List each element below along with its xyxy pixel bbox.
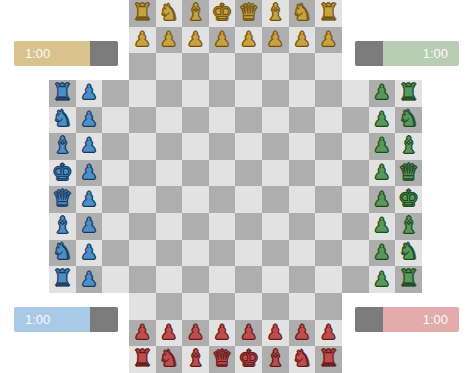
square-a7[interactable]: ♛: [49, 186, 76, 213]
square-d8[interactable]: [129, 160, 156, 187]
piece-green-pawn[interactable]: ♟: [373, 242, 391, 262]
square-h5[interactable]: [235, 240, 262, 267]
square-i14[interactable]: ♝: [262, 0, 289, 27]
square-k1[interactable]: ♜: [315, 346, 342, 373]
square-h10[interactable]: [235, 107, 262, 134]
square-j12[interactable]: [289, 53, 316, 80]
square-a9[interactable]: ♝: [49, 133, 76, 160]
cut-corner-cell: [369, 0, 396, 27]
piece-blue-pawn[interactable]: ♟: [80, 242, 98, 262]
square-n10[interactable]: ♞: [395, 107, 422, 134]
square-f12[interactable]: [182, 53, 209, 80]
square-k3[interactable]: [315, 293, 342, 320]
square-d12[interactable]: [129, 53, 156, 80]
piece-red-king[interactable]: ♚: [238, 347, 259, 370]
square-k13[interactable]: ♟: [315, 27, 342, 54]
clock-green-time: 1:00: [383, 41, 459, 66]
square-c10[interactable]: [102, 107, 129, 134]
square-g7[interactable]: [209, 186, 236, 213]
square-f7[interactable]: [182, 186, 209, 213]
square-f10[interactable]: [182, 107, 209, 134]
piece-red-pawn[interactable]: ♟: [213, 322, 231, 342]
square-g8[interactable]: [209, 160, 236, 187]
square-d14[interactable]: ♜: [129, 0, 156, 27]
square-g6[interactable]: [209, 213, 236, 240]
piece-red-bishop[interactable]: ♝: [265, 347, 286, 370]
piece-red-pawn[interactable]: ♟: [160, 322, 178, 342]
piece-yellow-pawn[interactable]: ♟: [186, 29, 204, 49]
piece-blue-rook[interactable]: ♜: [52, 267, 73, 290]
square-f2[interactable]: ♟: [182, 320, 209, 347]
square-j7[interactable]: [289, 186, 316, 213]
square-d7[interactable]: [129, 186, 156, 213]
square-n6[interactable]: ♝: [395, 213, 422, 240]
square-f14[interactable]: ♝: [182, 0, 209, 27]
square-a11[interactable]: ♜: [49, 80, 76, 107]
cut-corner-cell: [102, 0, 129, 27]
piece-yellow-pawn[interactable]: ♟: [213, 29, 231, 49]
cut-corner-cell: [102, 346, 129, 373]
square-d2[interactable]: ♟: [129, 320, 156, 347]
clock-yellow-avatar-placeholder: [90, 41, 118, 66]
square-f5[interactable]: [182, 240, 209, 267]
cut-corner-cell: [395, 346, 422, 373]
piece-green-king[interactable]: ♚: [398, 187, 419, 210]
square-i11[interactable]: [262, 80, 289, 107]
square-c11[interactable]: [102, 80, 129, 107]
cut-corner-cell: [76, 0, 103, 27]
square-j4[interactable]: [289, 266, 316, 293]
square-d11[interactable]: [129, 80, 156, 107]
square-h13[interactable]: ♟: [235, 27, 262, 54]
square-e4[interactable]: [156, 266, 183, 293]
piece-blue-queen[interactable]: ♛: [52, 187, 73, 210]
piece-green-knight[interactable]: ♞: [398, 107, 419, 130]
square-h1[interactable]: ♚: [235, 346, 262, 373]
clock-red-avatar-placeholder: [355, 307, 383, 332]
square-i8[interactable]: [262, 160, 289, 187]
piece-red-knight[interactable]: ♞: [292, 347, 313, 370]
square-c5[interactable]: [102, 240, 129, 267]
clock-blue: 1:00: [14, 307, 118, 332]
piece-green-pawn[interactable]: ♟: [373, 269, 391, 289]
square-f3[interactable]: [182, 293, 209, 320]
square-j8[interactable]: [289, 160, 316, 187]
square-k4[interactable]: [315, 266, 342, 293]
piece-red-pawn[interactable]: ♟: [240, 322, 258, 342]
piece-blue-bishop[interactable]: ♝: [52, 214, 73, 237]
square-k8[interactable]: [315, 160, 342, 187]
piece-green-bishop[interactable]: ♝: [398, 214, 419, 237]
piece-red-pawn[interactable]: ♟: [320, 322, 338, 342]
square-j9[interactable]: [289, 133, 316, 160]
piece-red-rook[interactable]: ♜: [318, 347, 339, 370]
piece-yellow-queen[interactable]: ♛: [238, 1, 259, 24]
square-e2[interactable]: ♟: [156, 320, 183, 347]
square-f4[interactable]: [182, 266, 209, 293]
clock-yellow: 1:00: [14, 41, 118, 66]
square-i5[interactable]: [262, 240, 289, 267]
piece-yellow-pawn[interactable]: ♟: [240, 29, 258, 49]
square-e5[interactable]: [156, 240, 183, 267]
clock-red-time: 1:00: [383, 307, 459, 332]
square-m10[interactable]: ♟: [369, 107, 396, 134]
square-n4[interactable]: ♜: [395, 266, 422, 293]
square-l10[interactable]: [342, 107, 369, 134]
square-e8[interactable]: [156, 160, 183, 187]
square-l9[interactable]: [342, 133, 369, 160]
piece-blue-bishop[interactable]: ♝: [52, 134, 73, 157]
piece-red-pawn[interactable]: ♟: [186, 322, 204, 342]
square-c8[interactable]: [102, 160, 129, 187]
square-h9[interactable]: [235, 133, 262, 160]
square-l5[interactable]: [342, 240, 369, 267]
piece-blue-pawn[interactable]: ♟: [80, 215, 98, 235]
cut-corner-cell: [342, 0, 369, 27]
square-g4[interactable]: [209, 266, 236, 293]
piece-green-pawn[interactable]: ♟: [373, 82, 391, 102]
square-i3[interactable]: [262, 293, 289, 320]
square-i4[interactable]: [262, 266, 289, 293]
square-k12[interactable]: [315, 53, 342, 80]
clock-green-avatar-placeholder: [355, 41, 383, 66]
square-b8[interactable]: ♟: [76, 160, 103, 187]
square-e6[interactable]: [156, 213, 183, 240]
square-d4[interactable]: [129, 266, 156, 293]
piece-blue-pawn[interactable]: ♟: [80, 135, 98, 155]
square-i12[interactable]: [262, 53, 289, 80]
piece-red-pawn[interactable]: ♟: [133, 322, 151, 342]
square-e11[interactable]: [156, 80, 183, 107]
square-g1[interactable]: ♛: [209, 346, 236, 373]
square-d13[interactable]: ♟: [129, 27, 156, 54]
piece-yellow-pawn[interactable]: ♟: [293, 29, 311, 49]
piece-blue-pawn[interactable]: ♟: [80, 82, 98, 102]
square-k9[interactable]: [315, 133, 342, 160]
square-k11[interactable]: [315, 80, 342, 107]
piece-yellow-pawn[interactable]: ♟: [266, 29, 284, 49]
square-l7[interactable]: [342, 186, 369, 213]
square-a10[interactable]: ♞: [49, 107, 76, 134]
square-l11[interactable]: [342, 80, 369, 107]
square-m6[interactable]: ♟: [369, 213, 396, 240]
piece-red-pawn[interactable]: ♟: [266, 322, 284, 342]
square-k10[interactable]: [315, 107, 342, 134]
square-m7[interactable]: ♟: [369, 186, 396, 213]
clock-red: 1:00: [355, 307, 459, 332]
square-j6[interactable]: [289, 213, 316, 240]
square-b11[interactable]: ♟: [76, 80, 103, 107]
square-j1[interactable]: ♞: [289, 346, 316, 373]
square-h4[interactable]: [235, 266, 262, 293]
piece-blue-rook[interactable]: ♜: [52, 81, 73, 104]
square-j5[interactable]: [289, 240, 316, 267]
square-i1[interactable]: ♝: [262, 346, 289, 373]
square-b9[interactable]: ♟: [76, 133, 103, 160]
square-d3[interactable]: [129, 293, 156, 320]
piece-green-pawn[interactable]: ♟: [373, 215, 391, 235]
cut-corner-cell: [369, 346, 396, 373]
piece-blue-pawn[interactable]: ♟: [80, 162, 98, 182]
square-c7[interactable]: [102, 186, 129, 213]
square-i6[interactable]: [262, 213, 289, 240]
square-f1[interactable]: ♝: [182, 346, 209, 373]
square-j11[interactable]: [289, 80, 316, 107]
square-j10[interactable]: [289, 107, 316, 134]
square-n8[interactable]: ♛: [395, 160, 422, 187]
square-d5[interactable]: [129, 240, 156, 267]
square-m9[interactable]: ♟: [369, 133, 396, 160]
square-f6[interactable]: [182, 213, 209, 240]
square-m5[interactable]: ♟: [369, 240, 396, 267]
square-a8[interactable]: ♚: [49, 160, 76, 187]
piece-blue-pawn[interactable]: ♟: [80, 189, 98, 209]
square-l4[interactable]: [342, 266, 369, 293]
square-e10[interactable]: [156, 107, 183, 134]
square-g12[interactable]: [209, 53, 236, 80]
piece-yellow-pawn[interactable]: ♟: [133, 29, 151, 49]
square-i13[interactable]: ♟: [262, 27, 289, 54]
piece-blue-king[interactable]: ♚: [52, 161, 73, 184]
piece-green-rook[interactable]: ♜: [398, 81, 419, 104]
square-m8[interactable]: ♟: [369, 160, 396, 187]
square-j3[interactable]: [289, 293, 316, 320]
square-e13[interactable]: ♟: [156, 27, 183, 54]
cut-corner-cell: [395, 0, 422, 27]
square-k14[interactable]: ♜: [315, 0, 342, 27]
square-c6[interactable]: [102, 213, 129, 240]
square-h6[interactable]: [235, 213, 262, 240]
square-h12[interactable]: [235, 53, 262, 80]
piece-red-rook[interactable]: ♜: [132, 347, 153, 370]
piece-red-pawn[interactable]: ♟: [293, 322, 311, 342]
piece-yellow-knight[interactable]: ♞: [292, 1, 313, 24]
square-b4[interactable]: ♟: [76, 266, 103, 293]
square-n5[interactable]: ♞: [395, 240, 422, 267]
square-a6[interactable]: ♝: [49, 213, 76, 240]
cut-corner-cell: [342, 346, 369, 373]
piece-blue-pawn[interactable]: ♟: [80, 269, 98, 289]
piece-yellow-knight[interactable]: ♞: [159, 1, 180, 24]
piece-green-rook[interactable]: ♜: [398, 267, 419, 290]
square-h11[interactable]: [235, 80, 262, 107]
clock-blue-time: 1:00: [14, 307, 90, 332]
square-k7[interactable]: [315, 186, 342, 213]
piece-blue-pawn[interactable]: ♟: [80, 109, 98, 129]
clock-green: 1:00: [355, 41, 459, 66]
square-e9[interactable]: [156, 133, 183, 160]
square-l6[interactable]: [342, 213, 369, 240]
piece-yellow-pawn[interactable]: ♟: [160, 29, 178, 49]
piece-green-knight[interactable]: ♞: [398, 240, 419, 263]
square-n9[interactable]: ♝: [395, 133, 422, 160]
square-c4[interactable]: [102, 266, 129, 293]
square-m4[interactable]: ♟: [369, 266, 396, 293]
clock-yellow-time: 1:00: [14, 41, 90, 66]
piece-red-queen[interactable]: ♛: [212, 347, 233, 370]
square-i2[interactable]: ♟: [262, 320, 289, 347]
square-h8[interactable]: [235, 160, 262, 187]
square-h2[interactable]: ♟: [235, 320, 262, 347]
square-d10[interactable]: [129, 107, 156, 134]
piece-green-pawn[interactable]: ♟: [373, 162, 391, 182]
piece-red-knight[interactable]: ♞: [159, 347, 180, 370]
square-g3[interactable]: [209, 293, 236, 320]
square-g5[interactable]: [209, 240, 236, 267]
square-i9[interactable]: [262, 133, 289, 160]
square-e12[interactable]: [156, 53, 183, 80]
square-g9[interactable]: [209, 133, 236, 160]
square-g14[interactable]: ♚: [209, 0, 236, 27]
square-b5[interactable]: ♟: [76, 240, 103, 267]
cut-corner-cell: [49, 0, 76, 27]
piece-yellow-bishop[interactable]: ♝: [265, 1, 286, 24]
piece-blue-knight[interactable]: ♞: [52, 107, 73, 130]
square-b10[interactable]: ♟: [76, 107, 103, 134]
piece-red-bishop[interactable]: ♝: [185, 347, 206, 370]
piece-yellow-rook[interactable]: ♜: [132, 1, 153, 24]
square-j2[interactable]: ♟: [289, 320, 316, 347]
square-e7[interactable]: [156, 186, 183, 213]
square-n11[interactable]: ♜: [395, 80, 422, 107]
square-e3[interactable]: [156, 293, 183, 320]
square-b6[interactable]: ♟: [76, 213, 103, 240]
piece-green-bishop[interactable]: ♝: [398, 134, 419, 157]
square-d9[interactable]: [129, 133, 156, 160]
square-h14[interactable]: ♛: [235, 0, 262, 27]
square-f13[interactable]: ♟: [182, 27, 209, 54]
square-e14[interactable]: ♞: [156, 0, 183, 27]
square-g11[interactable]: [209, 80, 236, 107]
piece-green-pawn[interactable]: ♟: [373, 135, 391, 155]
square-j13[interactable]: ♟: [289, 27, 316, 54]
square-i7[interactable]: [262, 186, 289, 213]
piece-yellow-bishop[interactable]: ♝: [185, 1, 206, 24]
square-d1[interactable]: ♜: [129, 346, 156, 373]
clock-blue-avatar-placeholder: [90, 307, 118, 332]
piece-green-pawn[interactable]: ♟: [373, 109, 391, 129]
square-l8[interactable]: [342, 160, 369, 187]
square-a5[interactable]: ♞: [49, 240, 76, 267]
piece-yellow-rook[interactable]: ♜: [318, 1, 339, 24]
square-h7[interactable]: [235, 186, 262, 213]
square-h3[interactable]: [235, 293, 262, 320]
square-i10[interactable]: [262, 107, 289, 134]
square-g2[interactable]: ♟: [209, 320, 236, 347]
square-m11[interactable]: ♟: [369, 80, 396, 107]
square-c9[interactable]: [102, 133, 129, 160]
square-g10[interactable]: [209, 107, 236, 134]
square-n7[interactable]: ♚: [395, 186, 422, 213]
piece-blue-knight[interactable]: ♞: [52, 240, 73, 263]
cut-corner-cell: [49, 346, 76, 373]
square-g13[interactable]: ♟: [209, 27, 236, 54]
square-d6[interactable]: [129, 213, 156, 240]
square-k6[interactable]: [315, 213, 342, 240]
piece-yellow-king[interactable]: ♚: [212, 1, 233, 24]
piece-green-queen[interactable]: ♛: [398, 161, 419, 184]
piece-yellow-pawn[interactable]: ♟: [320, 29, 338, 49]
square-b7[interactable]: ♟: [76, 186, 103, 213]
square-f11[interactable]: [182, 80, 209, 107]
piece-green-pawn[interactable]: ♟: [373, 189, 391, 209]
square-k5[interactable]: [315, 240, 342, 267]
cut-corner-cell: [76, 346, 103, 373]
square-f9[interactable]: [182, 133, 209, 160]
square-k2[interactable]: ♟: [315, 320, 342, 347]
four-player-chess-app: ♜♞♝♚♛♝♞♜♟♟♟♟♟♟♟♟♜♟♟♜♞♟♟♞♝♟♟♝♚♟♟♛♛♟♟♚♝♟♟♝…: [0, 0, 474, 373]
square-j14[interactable]: ♞: [289, 0, 316, 27]
square-e1[interactable]: ♞: [156, 346, 183, 373]
square-f8[interactable]: [182, 160, 209, 187]
square-a4[interactable]: ♜: [49, 266, 76, 293]
